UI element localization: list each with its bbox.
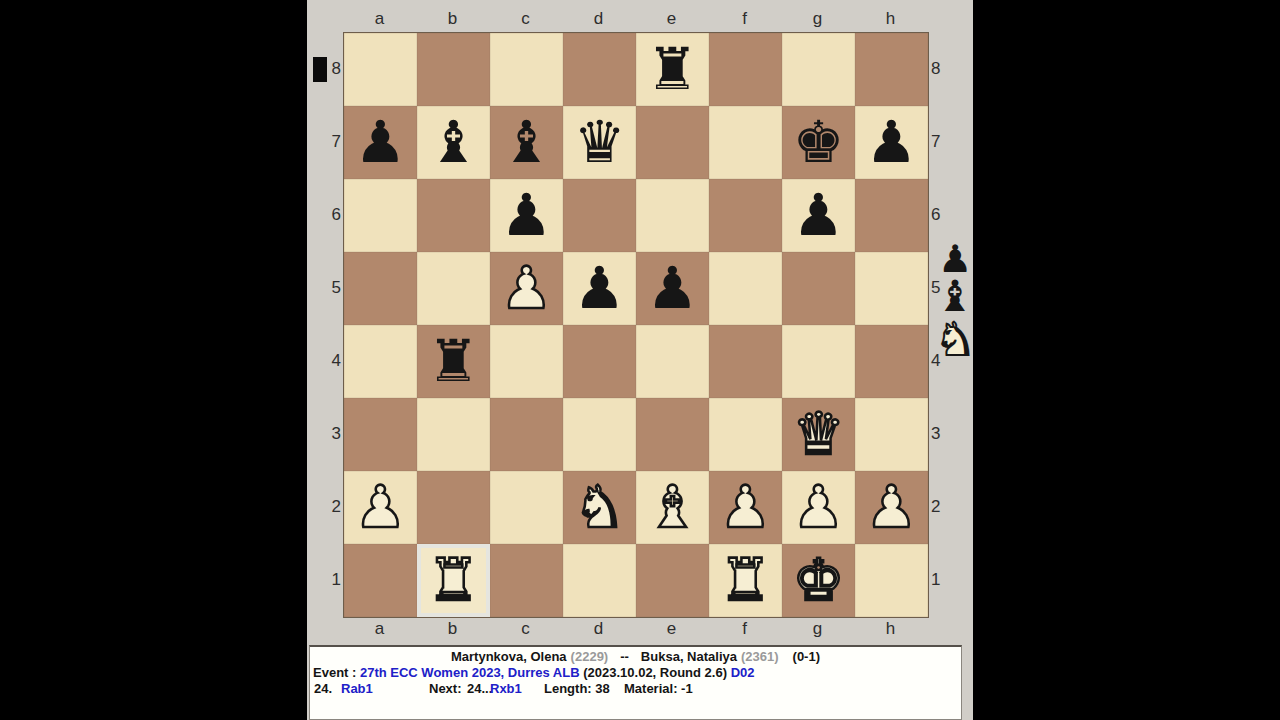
- piece-black-rook-b4: ♜: [428, 325, 480, 398]
- square-g4: [782, 325, 855, 398]
- square-b2: [417, 471, 490, 544]
- square-b5: [417, 252, 490, 325]
- square-a2: ♟: [344, 471, 417, 544]
- square-g2: ♟: [782, 471, 855, 544]
- piece-white-rook-f1: ♜: [720, 544, 772, 617]
- square-f8: [709, 33, 782, 106]
- square-e6: [636, 179, 709, 252]
- square-f7: [709, 106, 782, 179]
- black-player-name: Buksa, Nataliya: [641, 649, 737, 664]
- event-label: Event :: [313, 665, 356, 680]
- piece-black-pawn-h7: ♟: [866, 106, 918, 179]
- square-a8: [344, 33, 417, 106]
- rank-label-4: 4: [321, 324, 341, 397]
- square-e2: ♝: [636, 471, 709, 544]
- square-a4: [344, 325, 417, 398]
- current-move[interactable]: Rab1: [341, 681, 373, 696]
- file-labels-top: abcdefgh: [343, 8, 927, 30]
- rank-label-7: 7: [321, 105, 341, 178]
- piece-white-queen-g3: ♛: [793, 398, 845, 471]
- rank-label-7: 7: [931, 105, 951, 178]
- square-e8: ♜: [636, 33, 709, 106]
- eco-code[interactable]: D02: [731, 665, 755, 680]
- square-e7: [636, 106, 709, 179]
- file-label-g: g: [781, 8, 854, 30]
- next-move[interactable]: Rxb1: [490, 681, 522, 696]
- square-g1: ♚: [782, 544, 855, 617]
- square-h2: ♟: [855, 471, 928, 544]
- piece-white-king-g1: ♚: [793, 544, 845, 617]
- piece-white-pawn-f2: ♟: [720, 471, 772, 544]
- piece-black-bishop-b7: ♝: [428, 106, 480, 179]
- square-c1: [490, 544, 563, 617]
- file-label-d: d: [562, 618, 635, 640]
- piece-white-pawn-h2: ♟: [866, 471, 918, 544]
- rank-label-2: 2: [931, 470, 951, 543]
- event-details: (2023.10.02, Round 2.6): [583, 665, 727, 680]
- square-d5: ♟: [563, 252, 636, 325]
- piece-black-king-g7: ♚: [793, 106, 845, 179]
- game-result: (0-1): [793, 649, 820, 664]
- square-f3: [709, 398, 782, 471]
- piece-white-bishop-e2: ♝: [647, 471, 699, 544]
- piece-white-rook-b1: ♜: [428, 544, 480, 617]
- rank-label-6: 6: [321, 178, 341, 251]
- file-label-a: a: [343, 8, 416, 30]
- next-label: Next:: [429, 681, 462, 696]
- white-player-name: Martynkova, Olena: [451, 649, 567, 664]
- chess-board: ♜♟♝♝♛♚♟♟♟♟♟♟♜♛♟♞♝♟♟♟♜♜♚: [343, 32, 929, 618]
- square-d6: [563, 179, 636, 252]
- square-e4: [636, 325, 709, 398]
- square-h3: [855, 398, 928, 471]
- rank-label-5: 5: [321, 251, 341, 324]
- square-e1: [636, 544, 709, 617]
- piece-white-knight-d2: ♞: [574, 471, 626, 544]
- material-balance: Material: -1: [624, 681, 693, 696]
- square-e3: [636, 398, 709, 471]
- square-f2: ♟: [709, 471, 782, 544]
- game-length: Length: 38: [544, 681, 610, 696]
- square-c7: ♝: [490, 106, 563, 179]
- file-label-f: f: [708, 618, 781, 640]
- file-label-f: f: [708, 8, 781, 30]
- square-g7: ♚: [782, 106, 855, 179]
- square-f4: [709, 325, 782, 398]
- square-h6: [855, 179, 928, 252]
- piece-black-pawn-c6: ♟: [501, 179, 553, 252]
- square-c8: [490, 33, 563, 106]
- chess-viewer: abcdefgh 87654321 87654321 ♜♟♝♝♛♚♟♟♟♟♟♟♜…: [307, 0, 973, 720]
- file-label-a: a: [343, 618, 416, 640]
- square-d2: ♞: [563, 471, 636, 544]
- square-b4: ♜: [417, 325, 490, 398]
- piece-white-pawn-a2: ♟: [355, 471, 407, 544]
- square-g5: [782, 252, 855, 325]
- square-d8: [563, 33, 636, 106]
- square-g6: ♟: [782, 179, 855, 252]
- piece-white-pawn-c5: ♟: [501, 252, 553, 325]
- rank-label-1: 1: [931, 543, 951, 616]
- file-label-g: g: [781, 618, 854, 640]
- file-label-c: c: [489, 8, 562, 30]
- players-line: Martynkova, Olena(2229)--Buksa, Nataliya…: [310, 649, 961, 664]
- players-separator: --: [620, 649, 629, 664]
- piece-black-pawn-d5: ♟: [574, 252, 626, 325]
- square-b1: ♜: [417, 544, 490, 617]
- square-h8: [855, 33, 928, 106]
- square-c3: [490, 398, 563, 471]
- rank-label-3: 3: [931, 397, 951, 470]
- square-a3: [344, 398, 417, 471]
- square-c2: [490, 471, 563, 544]
- rank-label-3: 3: [321, 397, 341, 470]
- square-h1: [855, 544, 928, 617]
- square-b3: [417, 398, 490, 471]
- square-g3: ♛: [782, 398, 855, 471]
- rank-label-1: 1: [321, 543, 341, 616]
- next-move-number: 24...: [467, 681, 492, 696]
- square-b8: [417, 33, 490, 106]
- square-h7: ♟: [855, 106, 928, 179]
- piece-black-bishop-c7: ♝: [501, 106, 553, 179]
- square-c6: ♟: [490, 179, 563, 252]
- square-h5: [855, 252, 928, 325]
- piece-black-queen-d7: ♛: [574, 106, 626, 179]
- square-c4: [490, 325, 563, 398]
- file-label-b: b: [416, 618, 489, 640]
- square-f5: [709, 252, 782, 325]
- moves-line: 24. Rab1 Next: 24... Rxb1 Length: 38 Mat…: [310, 681, 961, 696]
- square-a5: [344, 252, 417, 325]
- file-labels-bottom: abcdefgh: [343, 618, 927, 640]
- piece-white-pawn-g2: ♟: [793, 471, 845, 544]
- square-d1: [563, 544, 636, 617]
- black-player-rating: (2361): [741, 649, 779, 664]
- square-h4: [855, 325, 928, 398]
- rank-label-8: 8: [321, 32, 341, 105]
- file-label-e: e: [635, 8, 708, 30]
- file-label-h: h: [854, 618, 927, 640]
- tray-white-knight-icon: ♞: [934, 316, 975, 362]
- event-line: Event : 27th ECC Women 2023, Durres ALB …: [310, 665, 961, 680]
- square-a1: [344, 544, 417, 617]
- square-a6: [344, 179, 417, 252]
- square-b6: [417, 179, 490, 252]
- event-name[interactable]: 27th ECC Women 2023, Durres ALB: [360, 665, 580, 680]
- rank-label-8: 8: [931, 32, 951, 105]
- file-label-e: e: [635, 618, 708, 640]
- square-e5: ♟: [636, 252, 709, 325]
- file-label-d: d: [562, 8, 635, 30]
- square-f1: ♜: [709, 544, 782, 617]
- square-d7: ♛: [563, 106, 636, 179]
- square-c5: ♟: [490, 252, 563, 325]
- rank-labels-left: 87654321: [321, 32, 341, 616]
- white-player-rating: (2229): [571, 649, 609, 664]
- square-b7: ♝: [417, 106, 490, 179]
- piece-black-pawn-e5: ♟: [647, 252, 699, 325]
- file-label-h: h: [854, 8, 927, 30]
- square-g8: [782, 33, 855, 106]
- rank-label-2: 2: [321, 470, 341, 543]
- piece-black-rook-e8: ♜: [647, 33, 699, 106]
- square-a7: ♟: [344, 106, 417, 179]
- piece-black-pawn-a7: ♟: [355, 106, 407, 179]
- square-f6: [709, 179, 782, 252]
- file-label-b: b: [416, 8, 489, 30]
- file-label-c: c: [489, 618, 562, 640]
- piece-black-pawn-g6: ♟: [793, 179, 845, 252]
- game-info-panel: Martynkova, Olena(2229)--Buksa, Nataliya…: [309, 645, 962, 720]
- square-d4: [563, 325, 636, 398]
- square-d3: [563, 398, 636, 471]
- current-move-number: 24.: [314, 681, 332, 696]
- captured-pieces-tray: ♟♝♞: [933, 240, 977, 362]
